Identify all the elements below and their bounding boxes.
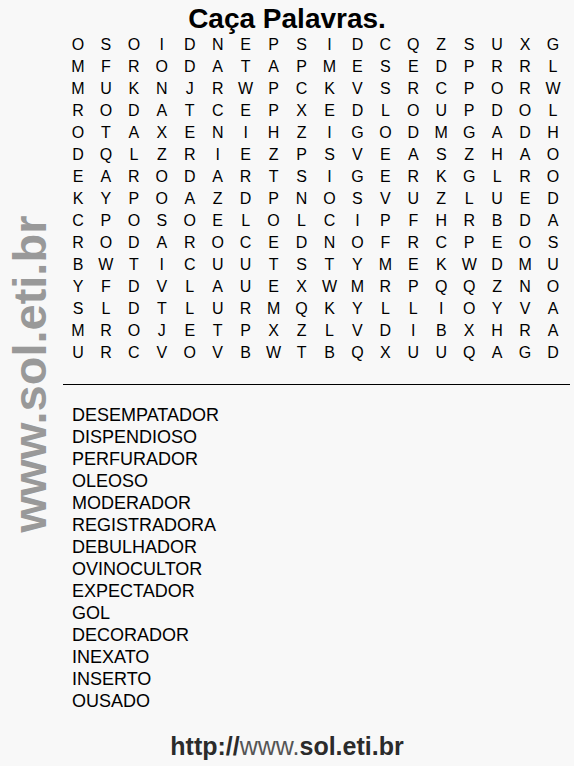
- grid-cell: D: [120, 232, 148, 254]
- grid-cell: P: [399, 276, 427, 298]
- grid-cell: O: [511, 100, 539, 122]
- grid-cell: L: [483, 166, 511, 188]
- grid-cell: V: [148, 342, 176, 364]
- grid-cell: X: [288, 276, 316, 298]
- grid-cell: O: [120, 320, 148, 342]
- grid-cell: D: [120, 298, 148, 320]
- grid-cell: A: [204, 276, 232, 298]
- grid-cell: L: [316, 320, 344, 342]
- word-list-item: EXPECTADOR: [72, 580, 219, 602]
- grid-cell: M: [511, 254, 539, 276]
- grid-cell: U: [483, 34, 511, 56]
- grid-cell: U: [483, 188, 511, 210]
- grid-cell: C: [232, 232, 260, 254]
- grid-cell: Q: [343, 342, 371, 364]
- grid-cell: U: [92, 78, 120, 100]
- grid-cell: S: [288, 254, 316, 276]
- word-list-item: OLEOSO: [72, 470, 219, 492]
- grid-cell: G: [539, 34, 567, 56]
- word-list-item: DESEMPATADOR: [72, 404, 219, 426]
- grid-cell: D: [427, 56, 455, 78]
- grid-cell: D: [64, 144, 92, 166]
- grid-cell: H: [539, 122, 567, 144]
- word-list-item: DECORADOR: [72, 624, 219, 646]
- grid-cell: Q: [92, 144, 120, 166]
- grid-cell: B: [483, 210, 511, 232]
- grid-cell: P: [120, 188, 148, 210]
- grid-cell: K: [427, 254, 455, 276]
- grid-cell: P: [455, 78, 483, 100]
- grid-cell: R: [120, 56, 148, 78]
- grid-cell: R: [511, 78, 539, 100]
- grid-cell: W: [92, 254, 120, 276]
- grid-cell: L: [288, 210, 316, 232]
- grid-cell: P: [232, 320, 260, 342]
- grid-cell: H: [483, 144, 511, 166]
- grid-cell: T: [232, 56, 260, 78]
- grid-cell: C: [427, 232, 455, 254]
- grid-cell: R: [371, 276, 399, 298]
- grid-cell: B: [427, 320, 455, 342]
- grid-cell: L: [176, 298, 204, 320]
- grid-cell: K: [427, 166, 455, 188]
- grid-cell: S: [92, 34, 120, 56]
- word-list-item: PERFURADOR: [72, 448, 219, 470]
- grid-cell: S: [288, 166, 316, 188]
- grid-cell: W: [232, 78, 260, 100]
- grid-cell: D: [511, 210, 539, 232]
- grid-cell: S: [316, 144, 344, 166]
- grid-cell: U: [232, 254, 260, 276]
- grid-cell: Z: [288, 122, 316, 144]
- grid-cell: Z: [288, 320, 316, 342]
- grid-cell: O: [483, 78, 511, 100]
- grid-cell: Y: [64, 276, 92, 298]
- grid-cell: O: [148, 166, 176, 188]
- grid-cell: Z: [483, 276, 511, 298]
- grid-cell: M: [64, 320, 92, 342]
- word-list-item: INEXATO: [72, 646, 219, 668]
- grid-cell: S: [371, 56, 399, 78]
- grid-cell: Q: [455, 342, 483, 364]
- grid-cell: P: [260, 78, 288, 100]
- grid-cell: Z: [427, 188, 455, 210]
- grid-cell: L: [371, 298, 399, 320]
- grid-cell: B: [316, 342, 344, 364]
- grid-cell: D: [288, 232, 316, 254]
- watermark-left: www.sol.eti.br: [0, 186, 60, 562]
- word-list-item: DISPENDIOSO: [72, 426, 219, 448]
- grid-cell: S: [427, 144, 455, 166]
- grid-cell: P: [288, 144, 316, 166]
- grid-cell: V: [343, 144, 371, 166]
- grid-cell: O: [176, 342, 204, 364]
- grid-cell: P: [455, 100, 483, 122]
- grid-cell: G: [343, 166, 371, 188]
- grid-cell: K: [120, 78, 148, 100]
- grid-cell: P: [92, 210, 120, 232]
- grid-cell: F: [92, 276, 120, 298]
- grid-cell: E: [316, 100, 344, 122]
- grid-cell: C: [288, 78, 316, 100]
- grid-cell: A: [176, 188, 204, 210]
- grid-cell: M: [427, 122, 455, 144]
- grid-cell: Z: [455, 144, 483, 166]
- grid-cell: S: [64, 298, 92, 320]
- grid-cell: O: [539, 166, 567, 188]
- word-list-item: INSERTO: [72, 668, 219, 690]
- footer-url-protocol: http://: [170, 732, 239, 760]
- grid-cell: U: [399, 188, 427, 210]
- grid-cell: R: [92, 342, 120, 364]
- grid-cell: E: [343, 56, 371, 78]
- grid-cell: R: [176, 144, 204, 166]
- grid-cell: X: [288, 100, 316, 122]
- word-list: DESEMPATADORDISPENDIOSOPERFURADOROLEOSOM…: [72, 404, 219, 712]
- grid-cell: O: [399, 100, 427, 122]
- grid-cell: D: [483, 254, 511, 276]
- grid-cell: K: [316, 78, 344, 100]
- grid-cell: S: [343, 188, 371, 210]
- grid-cell: T: [148, 298, 176, 320]
- grid-cell: L: [539, 100, 567, 122]
- grid-cell: O: [120, 34, 148, 56]
- grid-cell: X: [455, 320, 483, 342]
- grid-cell: I: [204, 144, 232, 166]
- grid-cell: V: [343, 320, 371, 342]
- grid-cell: E: [176, 122, 204, 144]
- grid-cell: P: [260, 188, 288, 210]
- grid-cell: A: [120, 122, 148, 144]
- grid-cell: G: [455, 166, 483, 188]
- grid-cell: O: [371, 122, 399, 144]
- grid-cell: R: [92, 320, 120, 342]
- grid-cell: E: [204, 210, 232, 232]
- grid-cell: D: [511, 122, 539, 144]
- grid-cell: C: [427, 78, 455, 100]
- grid-cell: J: [148, 320, 176, 342]
- grid-cell: M: [64, 56, 92, 78]
- grid-cell: W: [316, 276, 344, 298]
- grid-cell: P: [455, 232, 483, 254]
- grid-cell: B: [64, 254, 92, 276]
- grid-cell: L: [371, 100, 399, 122]
- grid-cell: U: [232, 276, 260, 298]
- grid-cell: R: [232, 298, 260, 320]
- grid-cell: M: [260, 298, 288, 320]
- grid-cell: G: [455, 122, 483, 144]
- grid-cell: E: [64, 166, 92, 188]
- grid-cell: S: [539, 232, 567, 254]
- grid-cell: T: [260, 166, 288, 188]
- grid-cell: P: [288, 56, 316, 78]
- grid-cell: P: [371, 210, 399, 232]
- grid-cell: R: [64, 100, 92, 122]
- grid-cell: A: [148, 232, 176, 254]
- grid-cell: R: [64, 232, 92, 254]
- grid-cell: A: [148, 100, 176, 122]
- word-list-item: OVINOCULTOR: [72, 558, 219, 580]
- word-list-item: REGISTRADORA: [72, 514, 219, 536]
- grid-cell: T: [204, 320, 232, 342]
- grid-cell: N: [148, 78, 176, 100]
- grid-cell: O: [539, 276, 567, 298]
- grid-cell: M: [343, 276, 371, 298]
- grid-cell: G: [343, 122, 371, 144]
- grid-cell: U: [539, 254, 567, 276]
- grid-cell: I: [343, 210, 371, 232]
- grid-cell: R: [399, 78, 427, 100]
- grid-cell: A: [483, 342, 511, 364]
- grid-cell: Z: [260, 144, 288, 166]
- grid-cell: U: [204, 254, 232, 276]
- grid-cell: C: [120, 342, 148, 364]
- grid-cell: O: [120, 210, 148, 232]
- grid-cell: O: [92, 100, 120, 122]
- grid-cell: A: [399, 144, 427, 166]
- grid-cell: F: [92, 56, 120, 78]
- grid-cell: D: [539, 342, 567, 364]
- grid-cell: L: [399, 298, 427, 320]
- grid-cell: V: [343, 78, 371, 100]
- grid-cell: L: [120, 144, 148, 166]
- grid-cell: D: [399, 122, 427, 144]
- grid-cell: E: [399, 56, 427, 78]
- grid-cell: V: [511, 298, 539, 320]
- grid-cell: O: [204, 232, 232, 254]
- grid-cell: D: [176, 34, 204, 56]
- grid-cell: X: [260, 320, 288, 342]
- grid-cell: R: [511, 320, 539, 342]
- grid-cell: K: [316, 298, 344, 320]
- grid-cell: F: [399, 210, 427, 232]
- grid-cell: L: [455, 188, 483, 210]
- grid-cell: O: [148, 56, 176, 78]
- grid-cell: R: [120, 166, 148, 188]
- grid-cell: Y: [92, 188, 120, 210]
- grid-cell: P: [260, 100, 288, 122]
- grid-cell: X: [371, 342, 399, 364]
- footer-url-domain: sol.eti.br: [299, 732, 403, 760]
- word-search-grid: OSOIDNEPSIDCQZSUXGMFRODATAPMESEDPRRLMUKN…: [64, 34, 567, 364]
- grid-cell: I: [316, 122, 344, 144]
- grid-cell: U: [64, 342, 92, 364]
- grid-cell: U: [427, 100, 455, 122]
- grid-cell: I: [427, 298, 455, 320]
- grid-cell: C: [64, 210, 92, 232]
- grid-cell: V: [204, 342, 232, 364]
- grid-cell: R: [232, 166, 260, 188]
- grid-cell: C: [176, 254, 204, 276]
- grid-cell: O: [343, 232, 371, 254]
- grid-cell: W: [260, 342, 288, 364]
- grid-cell: Z: [427, 34, 455, 56]
- grid-cell: K: [64, 188, 92, 210]
- grid-cell: N: [511, 276, 539, 298]
- grid-cell: Z: [204, 188, 232, 210]
- grid-cell: M: [64, 78, 92, 100]
- grid-cell: R: [399, 166, 427, 188]
- grid-cell: I: [148, 254, 176, 276]
- grid-cell: X: [148, 122, 176, 144]
- grid-cell: V: [371, 188, 399, 210]
- grid-cell: R: [455, 210, 483, 232]
- grid-cell: S: [288, 34, 316, 56]
- grid-cell: I: [232, 122, 260, 144]
- grid-cell: F: [371, 232, 399, 254]
- grid-cell: E: [260, 276, 288, 298]
- grid-cell: E: [232, 100, 260, 122]
- grid-cell: N: [204, 34, 232, 56]
- grid-cell: N: [204, 122, 232, 144]
- grid-cell: A: [204, 166, 232, 188]
- grid-cell: C: [371, 34, 399, 56]
- grid-cell: D: [371, 320, 399, 342]
- grid-cell: A: [483, 122, 511, 144]
- word-list-item: MODERADOR: [72, 492, 219, 514]
- grid-cell: T: [260, 254, 288, 276]
- grid-cell: R: [511, 166, 539, 188]
- grid-cell: D: [232, 188, 260, 210]
- grid-cell: E: [371, 144, 399, 166]
- grid-cell: J: [176, 78, 204, 100]
- grid-cell: N: [316, 232, 344, 254]
- grid-cell: I: [316, 166, 344, 188]
- grid-cell: T: [316, 254, 344, 276]
- word-list-item: DEBULHADOR: [72, 536, 219, 558]
- grid-cell: V: [148, 276, 176, 298]
- puzzle-page: Caça Palavras. www.sol.eti.br OSOIDNEPSI…: [0, 0, 574, 766]
- grid-cell: D: [120, 276, 148, 298]
- grid-cell: B: [232, 342, 260, 364]
- grid-cell: L: [539, 56, 567, 78]
- grid-cell: W: [455, 254, 483, 276]
- page-title: Caça Palavras.: [0, 0, 574, 35]
- grid-cell: A: [539, 320, 567, 342]
- grid-cell: C: [204, 100, 232, 122]
- grid-cell: I: [399, 320, 427, 342]
- grid-cell: I: [148, 34, 176, 56]
- grid-cell: M: [371, 254, 399, 276]
- grid-cell: S: [148, 210, 176, 232]
- grid-cell: E: [232, 144, 260, 166]
- footer-url: http://www.sol.eti.br: [0, 732, 574, 761]
- grid-cell: O: [511, 232, 539, 254]
- grid-cell: U: [427, 342, 455, 364]
- grid-cell: H: [260, 122, 288, 144]
- grid-cell: R: [176, 232, 204, 254]
- grid-cell: Z: [148, 144, 176, 166]
- grid-cell: Y: [483, 298, 511, 320]
- grid-cell: S: [371, 78, 399, 100]
- grid-cell: I: [316, 34, 344, 56]
- grid-cell: D: [483, 100, 511, 122]
- grid-cell: D: [343, 100, 371, 122]
- grid-cell: Q: [288, 298, 316, 320]
- grid-cell: Q: [399, 34, 427, 56]
- grid-cell: A: [511, 144, 539, 166]
- grid-cell: U: [399, 342, 427, 364]
- grid-cell: A: [92, 166, 120, 188]
- grid-cell: T: [92, 122, 120, 144]
- divider-line: [63, 384, 570, 385]
- grid-cell: D: [176, 56, 204, 78]
- grid-cell: H: [427, 210, 455, 232]
- grid-cell: R: [204, 78, 232, 100]
- grid-cell: P: [455, 56, 483, 78]
- grid-cell: S: [455, 34, 483, 56]
- grid-cell: D: [120, 100, 148, 122]
- grid-cell: E: [371, 166, 399, 188]
- grid-cell: T: [120, 254, 148, 276]
- grid-cell: Y: [343, 254, 371, 276]
- grid-cell: A: [260, 56, 288, 78]
- grid-cell: T: [288, 342, 316, 364]
- footer-url-www: www.: [240, 732, 300, 760]
- grid-cell: O: [64, 34, 92, 56]
- grid-cell: D: [176, 166, 204, 188]
- grid-cell: Q: [427, 276, 455, 298]
- grid-cell: Y: [343, 298, 371, 320]
- grid-cell: M: [316, 56, 344, 78]
- grid-cell: O: [455, 298, 483, 320]
- grid-cell: R: [511, 56, 539, 78]
- grid-cell: E: [511, 188, 539, 210]
- grid-cell: D: [539, 188, 567, 210]
- grid-cell: T: [176, 100, 204, 122]
- grid-cell: O: [64, 122, 92, 144]
- grid-cell: D: [343, 34, 371, 56]
- grid-cell: P: [260, 34, 288, 56]
- grid-cell: R: [483, 56, 511, 78]
- grid-cell: X: [511, 34, 539, 56]
- grid-cell: U: [204, 298, 232, 320]
- grid-cell: L: [92, 298, 120, 320]
- grid-cell: O: [92, 232, 120, 254]
- grid-cell: A: [539, 210, 567, 232]
- grid-cell: L: [232, 210, 260, 232]
- grid-cell: O: [316, 188, 344, 210]
- grid-cell: E: [483, 232, 511, 254]
- grid-cell: E: [176, 320, 204, 342]
- grid-cell: N: [288, 188, 316, 210]
- grid-cell: A: [204, 56, 232, 78]
- grid-cell: G: [511, 342, 539, 364]
- grid-cell: E: [399, 254, 427, 276]
- grid-cell: R: [399, 232, 427, 254]
- grid-cell: E: [232, 34, 260, 56]
- grid-cell: O: [176, 210, 204, 232]
- word-list-item: GOL: [72, 602, 219, 624]
- grid-cell: E: [260, 232, 288, 254]
- word-list-item: OUSADO: [72, 690, 219, 712]
- grid-cell: O: [260, 210, 288, 232]
- grid-cell: C: [316, 210, 344, 232]
- grid-cell: W: [539, 78, 567, 100]
- grid-cell: A: [539, 298, 567, 320]
- grid-cell: O: [539, 144, 567, 166]
- grid-cell: L: [176, 276, 204, 298]
- grid-cell: Q: [455, 276, 483, 298]
- grid-cell: O: [148, 188, 176, 210]
- grid-cell: H: [483, 320, 511, 342]
